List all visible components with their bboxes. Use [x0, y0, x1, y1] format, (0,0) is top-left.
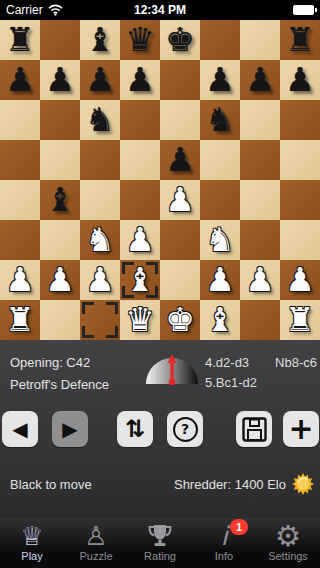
- black-pawn-f7: ♟: [200, 60, 240, 100]
- pawn-icon: ♙: [84, 521, 107, 551]
- opening-code: Opening: C42: [10, 352, 109, 374]
- chess-board[interactable]: ♜♝♛♚♜♟♟♟♟♟♟♟♞♞♟♝♟♞♟♞♟♟♟♝♟♟♟♜♛♚♝♜: [0, 20, 320, 340]
- square-h7[interactable]: ♟: [280, 60, 320, 100]
- square-c3[interactable]: ♞: [80, 220, 120, 260]
- black-pawn-g7: ♟: [240, 60, 280, 100]
- square-b6[interactable]: [40, 100, 80, 140]
- last-move-marker: [106, 326, 118, 338]
- black-pawn-e5: ♟: [160, 140, 200, 180]
- square-a2[interactable]: ♟: [0, 260, 40, 300]
- tab-play[interactable]: ♕ Play: [0, 518, 64, 568]
- turn-indicator: Black to move: [10, 477, 92, 492]
- square-b7[interactable]: ♟: [40, 60, 80, 100]
- square-b4[interactable]: ♝: [40, 180, 80, 220]
- tab-rating-label: Rating: [144, 550, 176, 562]
- white-pawn-h2: ♟: [280, 260, 320, 300]
- tab-settings[interactable]: ⚙ Settings: [256, 518, 320, 568]
- square-d6[interactable]: [120, 100, 160, 140]
- white-pawn-a2: ♟: [0, 260, 40, 300]
- square-c7[interactable]: ♟: [80, 60, 120, 100]
- new-game-button[interactable]: +: [283, 411, 319, 447]
- white-pawn-e4: ♟: [160, 180, 200, 220]
- square-d7[interactable]: ♟: [120, 60, 160, 100]
- tab-rating[interactable]: Rating: [128, 518, 192, 568]
- tab-info[interactable]: i 1 Info: [192, 518, 256, 568]
- square-a6[interactable]: [0, 100, 40, 140]
- square-d5[interactable]: [120, 140, 160, 180]
- tab-bar: ♕ Play ♙ Puzzle Rating i 1 Info: [0, 518, 320, 568]
- black-queen-d8: ♛: [120, 20, 160, 60]
- square-d2[interactable]: ♝: [120, 260, 160, 300]
- square-e4[interactable]: ♟: [160, 180, 200, 220]
- square-a4[interactable]: [0, 180, 40, 220]
- square-g2[interactable]: ♟: [240, 260, 280, 300]
- square-c8[interactable]: ♝: [80, 20, 120, 60]
- control-buttons: ◀ ▶ ⇅ ? +: [0, 411, 320, 447]
- square-f2[interactable]: ♟: [200, 260, 240, 300]
- square-h5[interactable]: [280, 140, 320, 180]
- square-e8[interactable]: ♚: [160, 20, 200, 60]
- last-move-marker: [82, 326, 94, 338]
- tab-settings-label: Settings: [268, 550, 308, 562]
- square-h3[interactable]: [280, 220, 320, 260]
- tab-puzzle[interactable]: ♙ Puzzle: [64, 518, 128, 568]
- tab-info-label: Info: [215, 550, 233, 562]
- evaluation-gauge[interactable]: [145, 353, 199, 385]
- clock: 12:34 PM: [0, 3, 320, 17]
- black-knight-f6: ♞: [200, 100, 240, 140]
- square-a8[interactable]: ♜: [0, 20, 40, 60]
- move-list[interactable]: 4.d2-d3Nb8-c6 5.Bc1-d2: [205, 353, 317, 393]
- white-knight-c3: ♞: [80, 220, 120, 260]
- white-pawn-b2: ♟: [40, 260, 80, 300]
- square-b8[interactable]: [40, 20, 80, 60]
- square-d4[interactable]: [120, 180, 160, 220]
- square-g6[interactable]: [240, 100, 280, 140]
- opening-info: Opening: C42 Petroff's Defence: [10, 352, 109, 396]
- floppy-disk-icon: [242, 417, 267, 442]
- last-move-marker: [82, 302, 94, 314]
- up-down-arrows-icon: ⇅: [125, 415, 145, 443]
- move-white[interactable]: 4.d2-d3: [205, 355, 249, 370]
- black-pawn-a7: ♟: [0, 60, 40, 100]
- forward-icon: ▶: [62, 411, 77, 447]
- last-move-marker: [122, 262, 134, 274]
- square-c5[interactable]: [80, 140, 120, 180]
- square-h8[interactable]: ♜: [280, 20, 320, 60]
- square-b1[interactable]: [40, 300, 80, 340]
- square-b2[interactable]: ♟: [40, 260, 80, 300]
- flip-moves-button[interactable]: ⇅: [117, 411, 153, 447]
- black-knight-c6: ♞: [80, 100, 120, 140]
- info-icon: i: [220, 521, 227, 551]
- opening-name: Petroff's Defence: [10, 374, 109, 396]
- square-h6[interactable]: [280, 100, 320, 140]
- white-queen-d1: ♛: [120, 300, 160, 340]
- back-button[interactable]: ◀: [2, 411, 38, 447]
- square-d8[interactable]: ♛: [120, 20, 160, 60]
- tab-puzzle-label: Puzzle: [79, 550, 112, 562]
- plus-icon: +: [288, 412, 313, 446]
- square-h4[interactable]: [280, 180, 320, 220]
- square-g8[interactable]: [240, 20, 280, 60]
- square-a7[interactable]: ♟: [0, 60, 40, 100]
- square-g3[interactable]: [240, 220, 280, 260]
- move-black[interactable]: Nb8-c6: [275, 355, 317, 370]
- notification-badge: 1: [230, 519, 248, 535]
- square-g7[interactable]: ♟: [240, 60, 280, 100]
- square-a1[interactable]: ♜: [0, 300, 40, 340]
- black-bishop-b4: ♝: [40, 180, 80, 220]
- black-pawn-d7: ♟: [120, 60, 160, 100]
- square-c4[interactable]: [80, 180, 120, 220]
- white-king-e1: ♚: [160, 300, 200, 340]
- square-e6[interactable]: [160, 100, 200, 140]
- square-f8[interactable]: [200, 20, 240, 60]
- white-bishop-f1: ♝: [200, 300, 240, 340]
- white-pawn-g2: ♟: [240, 260, 280, 300]
- square-f3[interactable]: ♞: [200, 220, 240, 260]
- move-current[interactable]: 5.Bc1-d2: [205, 375, 257, 390]
- battery-icon: [293, 5, 314, 15]
- status-bar: Carrier 12:34 PM: [0, 0, 320, 20]
- square-f7[interactable]: ♟: [200, 60, 240, 100]
- last-move-marker: [106, 302, 118, 314]
- square-e1[interactable]: ♚: [160, 300, 200, 340]
- square-f4[interactable]: [200, 180, 240, 220]
- square-a3[interactable]: [0, 220, 40, 260]
- black-rook-a8: ♜: [0, 20, 40, 60]
- square-a5[interactable]: [0, 140, 40, 180]
- square-c6[interactable]: ♞: [80, 100, 120, 140]
- white-pawn-d3: ♟: [120, 220, 160, 260]
- white-pawn-f2: ♟: [200, 260, 240, 300]
- last-move-marker: [146, 286, 158, 298]
- square-c1[interactable]: [80, 300, 120, 340]
- square-h1[interactable]: ♜: [280, 300, 320, 340]
- trophy-icon: [147, 521, 173, 551]
- black-king-e8: ♚: [160, 20, 200, 60]
- black-pawn-h7: ♟: [280, 60, 320, 100]
- sun-icon[interactable]: [291, 472, 315, 496]
- black-pawn-b7: ♟: [40, 60, 80, 100]
- square-g1[interactable]: [240, 300, 280, 340]
- square-e3[interactable]: [160, 220, 200, 260]
- forward-button[interactable]: ▶: [52, 411, 88, 447]
- square-b5[interactable]: [40, 140, 80, 180]
- black-rook-h8: ♜: [280, 20, 320, 60]
- info-panel: Opening: C42 Petroff's Defence 4.d2-d3Nb…: [0, 340, 320, 518]
- save-button[interactable]: [236, 411, 272, 447]
- last-move-marker: [122, 286, 134, 298]
- square-d3[interactable]: ♟: [120, 220, 160, 260]
- white-pawn-c2: ♟: [80, 260, 120, 300]
- square-f1[interactable]: ♝: [200, 300, 240, 340]
- gear-icon: ⚙: [275, 521, 301, 551]
- white-rook-h1: ♜: [280, 300, 320, 340]
- back-icon: ◀: [12, 411, 27, 447]
- white-rook-a1: ♜: [0, 300, 40, 340]
- square-f6[interactable]: ♞: [200, 100, 240, 140]
- crown-icon: ♕: [20, 521, 43, 551]
- square-g4[interactable]: [240, 180, 280, 220]
- engine-strength: Shredder: 1400 Elo: [174, 477, 286, 492]
- tab-play-label: Play: [21, 550, 42, 562]
- square-e5[interactable]: ♟: [160, 140, 200, 180]
- hint-button[interactable]: ?: [167, 411, 203, 447]
- square-f5[interactable]: [200, 140, 240, 180]
- square-d1[interactable]: ♛: [120, 300, 160, 340]
- black-bishop-c8: ♝: [80, 20, 120, 60]
- black-pawn-c7: ♟: [80, 60, 120, 100]
- square-g5[interactable]: [240, 140, 280, 180]
- question-mark-icon: ?: [173, 417, 198, 442]
- white-knight-f3: ♞: [200, 220, 240, 260]
- square-b3[interactable]: [40, 220, 80, 260]
- shredder-chess-app: Carrier 12:34 PM ♜♝♛♚♜♟♟♟♟♟♟♟♞♞♟♝♟♞♟♞♟♟♟…: [0, 0, 320, 568]
- square-e2[interactable]: [160, 260, 200, 300]
- square-e7[interactable]: [160, 60, 200, 100]
- last-move-marker: [146, 262, 158, 274]
- square-h2[interactable]: ♟: [280, 260, 320, 300]
- square-c2[interactable]: ♟: [80, 260, 120, 300]
